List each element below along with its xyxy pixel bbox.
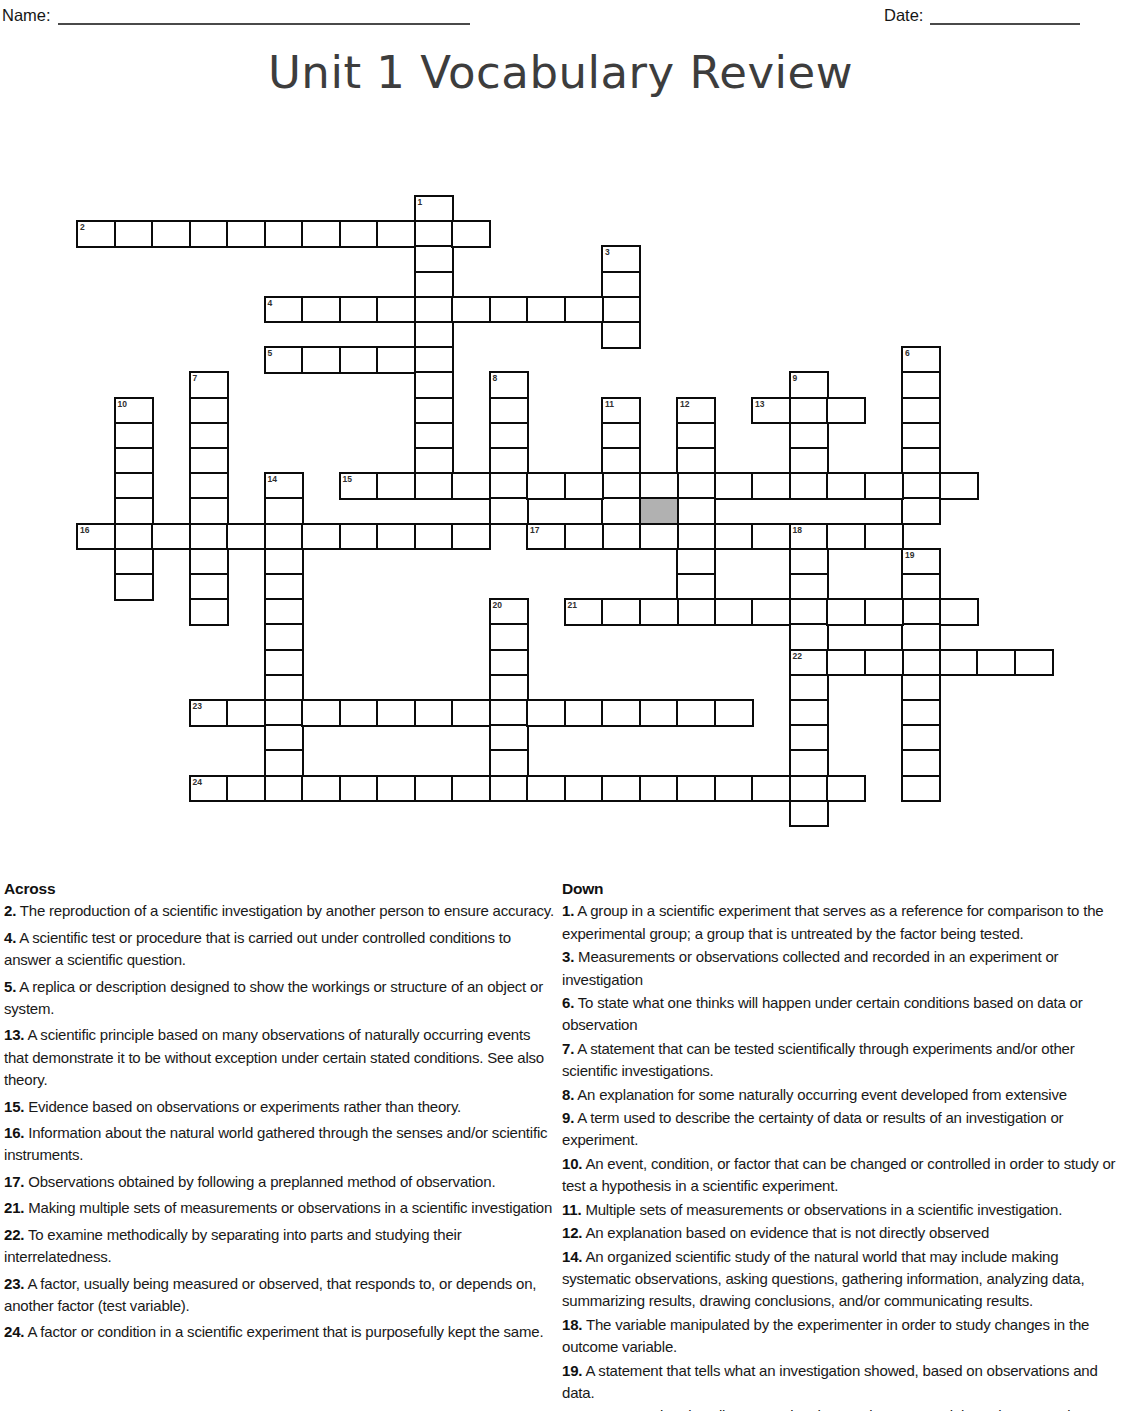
grid-cell[interactable] <box>376 472 416 500</box>
grid-cell[interactable] <box>789 397 829 425</box>
grid-cell[interactable] <box>826 775 866 803</box>
grid-cell[interactable] <box>339 346 379 374</box>
grid-cell[interactable] <box>376 296 416 324</box>
grid-cell[interactable] <box>151 523 191 551</box>
clue-number-badge: 10 <box>118 399 127 409</box>
grid-cell[interactable] <box>789 472 829 500</box>
grid-cell[interactable] <box>264 674 304 702</box>
down-clue-19: 19. A statement that tells what an inves… <box>562 1360 1118 1405</box>
grid-cell[interactable] <box>264 749 304 777</box>
clue-number-badge: 17 <box>530 525 539 535</box>
grid-cell[interactable] <box>414 271 454 299</box>
grid-cell[interactable] <box>114 422 154 450</box>
down-clue-8: 8. An explanation for some naturally occ… <box>562 1084 1118 1106</box>
grid-cell[interactable] <box>414 775 454 803</box>
clue-number: 19. <box>562 1362 582 1379</box>
grid-cell[interactable] <box>601 775 641 803</box>
worksheet-page: Name: Date: Unit 1 Vocabulary Review 123… <box>0 0 1121 1411</box>
grid-cell[interactable] <box>901 472 941 500</box>
grid-cell[interactable] <box>939 649 979 677</box>
clue-number: 8. <box>562 1086 574 1103</box>
grid-cell[interactable] <box>114 447 154 475</box>
grid-cell[interactable] <box>601 598 641 626</box>
clue-number-badge: 8 <box>493 373 498 383</box>
grid-cell[interactable] <box>789 800 829 828</box>
grid-cell[interactable] <box>489 649 529 677</box>
grid-cell[interactable] <box>264 497 304 525</box>
grid-cell[interactable] <box>826 598 866 626</box>
across-clues-section: Across 2. The reproduction of a scientif… <box>4 878 556 1348</box>
grid-cell[interactable] <box>339 296 379 324</box>
clue-number-badge: 16 <box>80 525 89 535</box>
grid-cell[interactable]: 10 <box>114 397 154 425</box>
grid-cell[interactable]: 18 <box>789 523 829 551</box>
grid-cell[interactable] <box>601 321 641 349</box>
grid-cell[interactable] <box>414 346 454 374</box>
grid-cell[interactable] <box>301 523 341 551</box>
grid-cell[interactable] <box>264 598 304 626</box>
grid-cell[interactable] <box>901 699 941 727</box>
clue-number: 11. <box>562 1201 581 1218</box>
grid-cell[interactable]: 17 <box>526 523 566 551</box>
grid-cell[interactable] <box>601 447 641 475</box>
grid-cell[interactable]: 4 <box>264 296 304 324</box>
grid-cell[interactable] <box>676 472 716 500</box>
grid-cell[interactable] <box>489 397 529 425</box>
grid-cell[interactable]: 24 <box>189 775 229 803</box>
grid-cell[interactable] <box>714 523 754 551</box>
grid-cell[interactable] <box>451 775 491 803</box>
grid-cell[interactable] <box>639 472 679 500</box>
grid-cell[interactable]: 3 <box>601 245 641 273</box>
grid-cell[interactable]: 20 <box>489 598 529 626</box>
name-label: Name: <box>2 6 51 25</box>
clue-number-badge: 24 <box>193 777 202 787</box>
grid-cell[interactable] <box>114 548 154 576</box>
grid-cell[interactable] <box>751 523 791 551</box>
grid-cell[interactable] <box>901 573 941 601</box>
clue-number: 20. <box>562 1407 582 1411</box>
grid-cell[interactable] <box>526 775 566 803</box>
grid-cell[interactable] <box>901 497 941 525</box>
across-clue-15: 15. Evidence based on observations or ex… <box>4 1096 556 1118</box>
grid-cell[interactable] <box>264 523 304 551</box>
grid-cell[interactable] <box>114 472 154 500</box>
grid-cell[interactable] <box>676 573 716 601</box>
clue-number: 22. <box>4 1226 24 1243</box>
grid-cell[interactable] <box>339 775 379 803</box>
grid-cell[interactable] <box>489 749 529 777</box>
grid-cell[interactable] <box>714 598 754 626</box>
grid-cell[interactable]: 19 <box>901 548 941 576</box>
grid-cell[interactable] <box>414 397 454 425</box>
clue-number: 24. <box>4 1323 24 1340</box>
grid-cell[interactable]: 2 <box>76 220 116 248</box>
clue-number-badge: 15 <box>343 474 352 484</box>
grid-cell[interactable] <box>714 775 754 803</box>
grid-cell[interactable]: 16 <box>76 523 116 551</box>
grid-cell[interactable] <box>376 699 416 727</box>
grid-cell[interactable] <box>114 220 154 248</box>
grid-cell[interactable]: 5 <box>264 346 304 374</box>
across-clue-21: 21. Making multiple sets of measurements… <box>4 1197 556 1219</box>
clue-number: 17. <box>4 1173 24 1190</box>
grid-cell[interactable] <box>789 598 829 626</box>
grid-cell[interactable] <box>526 296 566 324</box>
clue-number: 23. <box>4 1275 24 1292</box>
grid-cell[interactable] <box>676 598 716 626</box>
grid-cell[interactable] <box>526 472 566 500</box>
grid-cell[interactable] <box>789 775 829 803</box>
grid-cell[interactable] <box>676 422 716 450</box>
grid-cell[interactable] <box>564 472 604 500</box>
grid-cell[interactable] <box>864 523 904 551</box>
clue-number-badge: 3 <box>605 247 610 257</box>
down-clue-14: 14. An organized scientific study of the… <box>562 1246 1118 1313</box>
grid-cell[interactable] <box>901 649 941 677</box>
grid-cell[interactable] <box>639 775 679 803</box>
grid-cell[interactable] <box>901 724 941 752</box>
across-clue-4: 4. A scientific test or procedure that i… <box>4 927 556 972</box>
grid-cell[interactable] <box>489 296 529 324</box>
clue-number: 7. <box>562 1040 574 1057</box>
grid-cell[interactable] <box>114 497 154 525</box>
grid-cell[interactable] <box>451 699 491 727</box>
grid-cell[interactable] <box>264 699 304 727</box>
grid-cell[interactable] <box>901 749 941 777</box>
grid-cell[interactable] <box>489 623 529 651</box>
grid-cell[interactable] <box>339 220 379 248</box>
across-clue-22: 22. To examine methodically by separatin… <box>4 1224 556 1269</box>
clue-number-badge: 14 <box>268 474 277 484</box>
grid-cell[interactable] <box>826 523 866 551</box>
clue-number-badge: 9 <box>793 373 798 383</box>
grid-cell[interactable] <box>414 472 454 500</box>
grid-cell[interactable] <box>114 573 154 601</box>
down-clue-10: 10. An event, condition, or factor that … <box>562 1153 1118 1198</box>
down-clue-20: 20. A term used to describe a question t… <box>562 1405 1118 1411</box>
grid-cell[interactable] <box>264 775 304 803</box>
across-clue-5: 5. A replica or description designed to … <box>4 976 556 1021</box>
grid-cell[interactable] <box>264 649 304 677</box>
grid-cell[interactable]: 7 <box>189 371 229 399</box>
grid-cell[interactable] <box>901 775 941 803</box>
clue-number: 3. <box>562 948 574 965</box>
grid-cell[interactable] <box>789 548 829 576</box>
clue-number-badge: 1 <box>418 197 423 207</box>
clue-number-badge: 2 <box>80 222 85 232</box>
grid-cell[interactable] <box>376 775 416 803</box>
across-clue-24: 24. A factor or condition in a scientifi… <box>4 1321 556 1343</box>
grid-cell[interactable] <box>189 497 229 525</box>
clue-number: 21. <box>4 1199 24 1216</box>
grid-cell[interactable] <box>639 523 679 551</box>
clue-number-badge: 4 <box>268 298 273 308</box>
clue-number: 14. <box>562 1248 582 1265</box>
grid-cell[interactable] <box>451 220 491 248</box>
grid-cell[interactable] <box>789 699 829 727</box>
name-input-line[interactable] <box>58 22 470 25</box>
grid-cell[interactable] <box>151 220 191 248</box>
across-clue-2: 2. The reproduction of a scientific inve… <box>4 900 556 922</box>
grid-cell[interactable] <box>676 775 716 803</box>
grid-cell[interactable] <box>564 523 604 551</box>
grid-cell[interactable] <box>676 497 716 525</box>
grid-cell[interactable]: 13 <box>751 397 791 425</box>
grid-cell[interactable] <box>339 523 379 551</box>
down-clue-3: 3. Measurements or observations collecte… <box>562 946 1118 991</box>
grid-cell[interactable] <box>489 497 529 525</box>
grid-cell[interactable] <box>489 724 529 752</box>
down-clue-11: 11. Multiple sets of measurements or obs… <box>562 1199 1118 1221</box>
down-clue-list: 1. A group in a scientific experiment th… <box>562 900 1118 1411</box>
grid-cell[interactable] <box>414 321 454 349</box>
clue-number-badge: 6 <box>905 348 910 358</box>
grid-cell[interactable] <box>489 699 529 727</box>
clue-number-badge: 19 <box>905 550 914 560</box>
grid-cell[interactable] <box>789 674 829 702</box>
grid-cell[interactable] <box>301 220 341 248</box>
across-clue-list: 2. The reproduction of a scientific inve… <box>4 900 556 1343</box>
grid-cell[interactable] <box>189 548 229 576</box>
grid-cell[interactable] <box>226 220 266 248</box>
clue-number-badge: 11 <box>605 399 614 409</box>
clue-number: 18. <box>562 1316 582 1333</box>
page-title: Unit 1 Vocabulary Review <box>0 46 1121 99</box>
grid-cell[interactable] <box>301 296 341 324</box>
clue-number: 6. <box>562 994 574 1011</box>
grid-cell[interactable] <box>489 775 529 803</box>
grid-cell[interactable] <box>564 296 604 324</box>
grid-cell[interactable] <box>564 699 604 727</box>
grid-cell[interactable] <box>601 422 641 450</box>
grid-cell[interactable] <box>789 724 829 752</box>
clue-number-badge: 18 <box>793 525 802 535</box>
grid-cell[interactable] <box>489 472 529 500</box>
grid-cell[interactable] <box>601 699 641 727</box>
grid-cell[interactable]: 15 <box>339 472 379 500</box>
grid-cell[interactable]: 22 <box>789 649 829 677</box>
clue-number-badge: 5 <box>268 348 273 358</box>
grid-cell[interactable] <box>264 573 304 601</box>
clue-number: 9. <box>562 1109 574 1126</box>
clue-number: 10. <box>562 1155 582 1172</box>
grid-cell[interactable] <box>489 447 529 475</box>
down-clue-18: 18. The variable manipulated by the expe… <box>562 1314 1118 1359</box>
across-clue-23: 23. A factor, usually being measured or … <box>4 1273 556 1318</box>
grid-cell[interactable] <box>414 371 454 399</box>
down-clue-7: 7. A statement that can be tested scient… <box>562 1038 1118 1083</box>
clue-number-badge: 13 <box>755 399 764 409</box>
grid-cell[interactable] <box>414 220 454 248</box>
grid-cell[interactable] <box>189 220 229 248</box>
clue-number-badge: 7 <box>193 373 198 383</box>
grid-cell[interactable] <box>826 472 866 500</box>
grid-cell[interactable]: 14 <box>264 472 304 500</box>
date-label: Date: <box>884 6 923 25</box>
clue-number: 12. <box>562 1224 582 1241</box>
grid-cell[interactable] <box>376 346 416 374</box>
grid-cell[interactable] <box>264 548 304 576</box>
grid-cell[interactable]: 23 <box>189 699 229 727</box>
grid-cell[interactable] <box>189 472 229 500</box>
grid-cell[interactable] <box>264 220 304 248</box>
grid-cell[interactable] <box>451 523 491 551</box>
grid-cell[interactable] <box>414 296 454 324</box>
grid-cell[interactable] <box>639 699 679 727</box>
grid-cell-shaded <box>639 497 679 525</box>
grid-cell[interactable] <box>789 623 829 651</box>
grid-cell[interactable] <box>189 447 229 475</box>
grid-cell[interactable] <box>414 523 454 551</box>
grid-cell[interactable] <box>601 497 641 525</box>
grid-cell[interactable] <box>789 749 829 777</box>
grid-cell[interactable] <box>901 397 941 425</box>
grid-cell[interactable] <box>714 699 754 727</box>
grid-cell[interactable] <box>714 472 754 500</box>
grid-cell[interactable] <box>751 472 791 500</box>
grid-cell[interactable] <box>939 472 979 500</box>
grid-cell[interactable] <box>264 623 304 651</box>
grid-cell[interactable] <box>451 296 491 324</box>
grid-cell[interactable]: 9 <box>789 371 829 399</box>
clue-number-badge: 12 <box>680 399 689 409</box>
grid-cell[interactable] <box>189 573 229 601</box>
grid-cell[interactable] <box>414 699 454 727</box>
grid-cell[interactable] <box>939 598 979 626</box>
grid-cell[interactable] <box>226 523 266 551</box>
grid-cell[interactable] <box>339 699 379 727</box>
grid-cell[interactable] <box>601 296 641 324</box>
down-clues-section: Down 1. A group in a scientific experime… <box>562 878 1118 1411</box>
down-clue-1: 1. A group in a scientific experiment th… <box>562 900 1118 945</box>
grid-cell[interactable] <box>826 649 866 677</box>
grid-cell[interactable] <box>864 472 904 500</box>
grid-cell[interactable]: 1 <box>414 195 454 223</box>
clue-number-badge: 23 <box>193 701 202 711</box>
grid-cell[interactable] <box>789 447 829 475</box>
grid-cell[interactable] <box>414 447 454 475</box>
grid-cell[interactable] <box>901 623 941 651</box>
grid-cell[interactable] <box>564 775 604 803</box>
clue-number: 4. <box>4 929 16 946</box>
grid-cell[interactable] <box>901 674 941 702</box>
grid-cell[interactable] <box>226 699 266 727</box>
grid-cell[interactable] <box>826 397 866 425</box>
grid-cell[interactable] <box>414 422 454 450</box>
grid-cell[interactable] <box>489 422 529 450</box>
grid-cell[interactable] <box>1014 649 1054 677</box>
grid-cell[interactable] <box>751 775 791 803</box>
grid-cell[interactable] <box>676 548 716 576</box>
date-input-line[interactable] <box>930 22 1080 25</box>
grid-cell[interactable] <box>414 245 454 273</box>
grid-cell[interactable] <box>639 598 679 626</box>
grid-cell[interactable] <box>976 649 1016 677</box>
across-clue-16: 16. Information about the natural world … <box>4 1122 556 1167</box>
grid-cell[interactable] <box>864 598 904 626</box>
grid-cell[interactable] <box>789 573 829 601</box>
grid-cell[interactable]: 11 <box>601 397 641 425</box>
grid-cell[interactable] <box>376 523 416 551</box>
grid-cell[interactable]: 12 <box>676 397 716 425</box>
grid-cell[interactable] <box>376 220 416 248</box>
grid-cell[interactable] <box>189 422 229 450</box>
clue-number: 1. <box>562 902 574 919</box>
grid-cell[interactable] <box>676 447 716 475</box>
grid-cell[interactable] <box>676 523 716 551</box>
grid-cell[interactable] <box>301 346 341 374</box>
grid-cell[interactable] <box>751 598 791 626</box>
grid-cell[interactable] <box>901 447 941 475</box>
across-clue-13: 13. A scientific principle based on many… <box>4 1024 556 1091</box>
crossword-grid: 123456789101112131415161718221920212324 <box>76 195 1054 828</box>
clue-number-badge: 20 <box>493 600 502 610</box>
down-clue-12: 12. An explanation based on evidence tha… <box>562 1222 1118 1244</box>
grid-cell[interactable] <box>189 397 229 425</box>
grid-cell[interactable] <box>489 674 529 702</box>
clue-number-badge: 22 <box>793 651 802 661</box>
clue-number: 16. <box>4 1124 24 1141</box>
clue-number: 2. <box>4 902 16 919</box>
down-header: Down <box>562 878 1118 900</box>
grid-cell[interactable] <box>676 699 716 727</box>
down-clue-6: 6. To state what one thinks will happen … <box>562 992 1118 1037</box>
clue-number-badge: 21 <box>568 600 577 610</box>
across-clue-17: 17. Observations obtained by following a… <box>4 1171 556 1193</box>
grid-cell[interactable] <box>601 472 641 500</box>
down-clue-9: 9. A term used to describe the certainty… <box>562 1107 1118 1152</box>
clue-number: 13. <box>4 1026 24 1043</box>
grid-cell[interactable] <box>526 699 566 727</box>
grid-cell[interactable] <box>901 371 941 399</box>
grid-cell[interactable] <box>901 598 941 626</box>
clue-number: 15. <box>4 1098 24 1115</box>
grid-cell[interactable] <box>114 523 154 551</box>
grid-cell[interactable] <box>601 523 641 551</box>
grid-cell[interactable] <box>189 523 229 551</box>
grid-cell[interactable] <box>864 649 904 677</box>
grid-cell[interactable] <box>901 422 941 450</box>
clue-number: 5. <box>4 978 16 995</box>
grid-cell[interactable] <box>264 724 304 752</box>
grid-cell[interactable] <box>189 598 229 626</box>
grid-cell[interactable] <box>601 271 641 299</box>
grid-cell[interactable] <box>451 472 491 500</box>
grid-cell[interactable]: 8 <box>489 371 529 399</box>
grid-cell[interactable]: 21 <box>564 598 604 626</box>
grid-cell[interactable] <box>789 422 829 450</box>
grid-cell[interactable] <box>226 775 266 803</box>
grid-cell[interactable] <box>301 699 341 727</box>
across-header: Across <box>4 878 556 900</box>
grid-cell[interactable]: 6 <box>901 346 941 374</box>
grid-cell[interactable] <box>301 775 341 803</box>
